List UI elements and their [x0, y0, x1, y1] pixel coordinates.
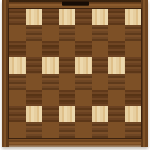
square-e3[interactable]	[75, 90, 92, 106]
square-g2[interactable]	[108, 106, 125, 122]
square-f7[interactable]	[92, 25, 109, 41]
chess-board	[2, 0, 148, 147]
square-a5[interactable]	[9, 57, 26, 73]
square-f1[interactable]	[92, 122, 109, 138]
board-grid	[9, 9, 141, 138]
square-a3[interactable]	[9, 90, 26, 106]
square-a7[interactable]	[9, 25, 26, 41]
square-d7[interactable]	[59, 25, 76, 41]
square-d8[interactable]	[59, 9, 76, 25]
board-frame-left	[2, 0, 9, 147]
square-f6[interactable]	[92, 41, 109, 57]
square-g5[interactable]	[108, 57, 125, 73]
square-b6[interactable]	[26, 41, 43, 57]
square-b5[interactable]	[26, 57, 43, 73]
square-d6[interactable]	[59, 41, 76, 57]
square-g3[interactable]	[108, 90, 125, 106]
square-g8[interactable]	[108, 9, 125, 25]
square-c1[interactable]	[42, 122, 59, 138]
square-c6[interactable]	[42, 41, 59, 57]
square-h4[interactable]	[125, 74, 142, 90]
square-d5[interactable]	[59, 57, 76, 73]
square-h5[interactable]	[125, 57, 142, 73]
square-e5[interactable]	[75, 57, 92, 73]
board-frame-bottom	[2, 138, 148, 147]
square-f8[interactable]	[92, 9, 109, 25]
square-c5[interactable]	[42, 57, 59, 73]
square-e8[interactable]	[75, 9, 92, 25]
square-f5[interactable]	[92, 57, 109, 73]
square-h1[interactable]	[125, 122, 142, 138]
square-a6[interactable]	[9, 41, 26, 57]
square-g7[interactable]	[108, 25, 125, 41]
square-e4[interactable]	[75, 74, 92, 90]
square-d4[interactable]	[59, 74, 76, 90]
square-d1[interactable]	[59, 122, 76, 138]
square-a2[interactable]	[9, 106, 26, 122]
square-h3[interactable]	[125, 90, 142, 106]
square-e1[interactable]	[75, 122, 92, 138]
square-b2[interactable]	[26, 106, 43, 122]
square-g1[interactable]	[108, 122, 125, 138]
brand-plaque	[62, 1, 89, 6]
square-f3[interactable]	[92, 90, 109, 106]
square-e6[interactable]	[75, 41, 92, 57]
photo-background	[0, 0, 150, 150]
board-frame-top	[2, 0, 148, 9]
square-c8[interactable]	[42, 9, 59, 25]
square-d3[interactable]	[59, 90, 76, 106]
square-h8[interactable]	[125, 9, 142, 25]
square-g4[interactable]	[108, 74, 125, 90]
square-a8[interactable]	[9, 9, 26, 25]
square-e2[interactable]	[75, 106, 92, 122]
square-h7[interactable]	[125, 25, 142, 41]
square-b7[interactable]	[26, 25, 43, 41]
square-c2[interactable]	[42, 106, 59, 122]
square-c7[interactable]	[42, 25, 59, 41]
square-g6[interactable]	[108, 41, 125, 57]
square-f4[interactable]	[92, 74, 109, 90]
square-c4[interactable]	[42, 74, 59, 90]
square-h6[interactable]	[125, 41, 142, 57]
square-c3[interactable]	[42, 90, 59, 106]
square-e7[interactable]	[75, 25, 92, 41]
square-b4[interactable]	[26, 74, 43, 90]
square-b8[interactable]	[26, 9, 43, 25]
square-f2[interactable]	[92, 106, 109, 122]
square-a4[interactable]	[9, 74, 26, 90]
square-b3[interactable]	[26, 90, 43, 106]
square-a1[interactable]	[9, 122, 26, 138]
square-b1[interactable]	[26, 122, 43, 138]
square-d2[interactable]	[59, 106, 76, 122]
board-frame-right	[141, 0, 148, 147]
square-h2[interactable]	[125, 106, 142, 122]
